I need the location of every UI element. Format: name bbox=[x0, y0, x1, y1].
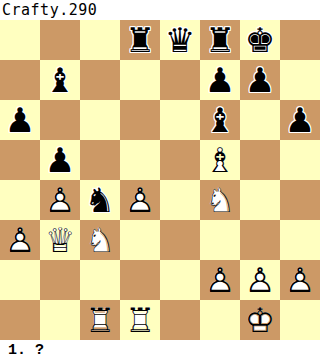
black-pawn-icon: ♟ bbox=[40, 140, 80, 180]
white-pawn-d4[interactable]: ♟♙ bbox=[120, 180, 160, 220]
square-f4[interactable]: ♞♘ bbox=[200, 180, 240, 220]
square-h4[interactable] bbox=[280, 180, 320, 220]
white-pawn-b4[interactable]: ♟♙ bbox=[40, 180, 80, 220]
square-b3[interactable]: ♛♕ bbox=[40, 220, 80, 260]
square-h3[interactable] bbox=[280, 220, 320, 260]
white-king-g1[interactable]: ♚♔ bbox=[240, 300, 280, 340]
square-h8[interactable] bbox=[280, 20, 320, 60]
square-h5[interactable] bbox=[280, 140, 320, 180]
square-c6[interactable] bbox=[80, 100, 120, 140]
white-pawn-a3[interactable]: ♟♙ bbox=[0, 220, 40, 260]
square-f3[interactable] bbox=[200, 220, 240, 260]
black-pawn-h6[interactable]: ♟ bbox=[280, 100, 320, 140]
square-c3[interactable]: ♞♘ bbox=[80, 220, 120, 260]
square-a5[interactable] bbox=[0, 140, 40, 180]
black-king-g8[interactable]: ♚ bbox=[240, 20, 280, 60]
white-knight-c3[interactable]: ♞♘ bbox=[80, 220, 120, 260]
square-b5[interactable]: ♟ bbox=[40, 140, 80, 180]
square-c4[interactable]: ♞ bbox=[80, 180, 120, 220]
square-d4[interactable]: ♟♙ bbox=[120, 180, 160, 220]
square-f8[interactable]: ♜ bbox=[200, 20, 240, 60]
black-bishop-f6[interactable]: ♝ bbox=[200, 100, 240, 140]
square-f6[interactable]: ♝ bbox=[200, 100, 240, 140]
square-e8[interactable]: ♛ bbox=[160, 20, 200, 60]
white-knight-outline-icon: ♘ bbox=[80, 220, 120, 260]
white-rook-d1[interactable]: ♜♖ bbox=[120, 300, 160, 340]
black-bishop-icon: ♝ bbox=[200, 100, 240, 140]
square-b1[interactable] bbox=[40, 300, 80, 340]
square-b4[interactable]: ♟♙ bbox=[40, 180, 80, 220]
square-f7[interactable]: ♟ bbox=[200, 60, 240, 100]
black-pawn-icon: ♟ bbox=[240, 60, 280, 100]
square-h7[interactable] bbox=[280, 60, 320, 100]
black-queen-icon: ♛ bbox=[160, 20, 200, 60]
black-pawn-f7[interactable]: ♟ bbox=[200, 60, 240, 100]
white-bishop-outline-icon: ♗ bbox=[200, 140, 240, 180]
square-c8[interactable] bbox=[80, 20, 120, 60]
black-pawn-icon: ♟ bbox=[0, 100, 40, 140]
black-queen-e8[interactable]: ♛ bbox=[160, 20, 200, 60]
square-g5[interactable] bbox=[240, 140, 280, 180]
white-rook-outline-icon: ♖ bbox=[120, 300, 160, 340]
square-c5[interactable] bbox=[80, 140, 120, 180]
white-pawn-outline-icon: ♙ bbox=[40, 180, 80, 220]
square-a2[interactable] bbox=[0, 260, 40, 300]
black-pawn-b5[interactable]: ♟ bbox=[40, 140, 80, 180]
white-rook-outline-icon: ♖ bbox=[80, 300, 120, 340]
square-h6[interactable]: ♟ bbox=[280, 100, 320, 140]
square-d3[interactable] bbox=[120, 220, 160, 260]
white-queen-b3[interactable]: ♛♕ bbox=[40, 220, 80, 260]
white-bishop-f5[interactable]: ♝♗ bbox=[200, 140, 240, 180]
white-queen-outline-icon: ♕ bbox=[40, 220, 80, 260]
square-g7[interactable]: ♟ bbox=[240, 60, 280, 100]
square-e6[interactable] bbox=[160, 100, 200, 140]
square-d8[interactable]: ♜ bbox=[120, 20, 160, 60]
white-knight-outline-icon: ♘ bbox=[200, 180, 240, 220]
white-pawn-g2[interactable]: ♟♙ bbox=[240, 260, 280, 300]
square-b2[interactable] bbox=[40, 260, 80, 300]
square-e4[interactable] bbox=[160, 180, 200, 220]
square-a1[interactable] bbox=[0, 300, 40, 340]
white-pawn-outline-icon: ♙ bbox=[280, 260, 320, 300]
white-knight-f4[interactable]: ♞♘ bbox=[200, 180, 240, 220]
square-b7[interactable]: ♝ bbox=[40, 60, 80, 100]
white-rook-c1[interactable]: ♜♖ bbox=[80, 300, 120, 340]
white-pawn-outline-icon: ♙ bbox=[240, 260, 280, 300]
white-pawn-outline-icon: ♙ bbox=[120, 180, 160, 220]
black-rook-icon: ♜ bbox=[200, 20, 240, 60]
square-c2[interactable] bbox=[80, 260, 120, 300]
black-bishop-icon: ♝ bbox=[40, 60, 80, 100]
square-d6[interactable] bbox=[120, 100, 160, 140]
square-g8[interactable]: ♚ bbox=[240, 20, 280, 60]
square-e3[interactable] bbox=[160, 220, 200, 260]
square-a6[interactable]: ♟ bbox=[0, 100, 40, 140]
square-e5[interactable] bbox=[160, 140, 200, 180]
square-f5[interactable]: ♝♗ bbox=[200, 140, 240, 180]
black-pawn-icon: ♟ bbox=[280, 100, 320, 140]
black-king-icon: ♚ bbox=[240, 20, 280, 60]
square-b6[interactable] bbox=[40, 100, 80, 140]
white-pawn-f2[interactable]: ♟♙ bbox=[200, 260, 240, 300]
square-g6[interactable] bbox=[240, 100, 280, 140]
black-pawn-a6[interactable]: ♟ bbox=[0, 100, 40, 140]
black-rook-icon: ♜ bbox=[120, 20, 160, 60]
square-g2[interactable]: ♟♙ bbox=[240, 260, 280, 300]
chess-app-window: Crafty.290 ♜♛♜♚♝♟♟♟♝♟♟♝♗♟♙♞♟♙♞♘♟♙♛♕♞♘♟♙♟… bbox=[0, 0, 320, 360]
square-c7[interactable] bbox=[80, 60, 120, 100]
white-king-outline-icon: ♔ bbox=[240, 300, 280, 340]
square-g4[interactable] bbox=[240, 180, 280, 220]
window-title: Crafty.290 bbox=[0, 0, 320, 20]
white-pawn-outline-icon: ♙ bbox=[0, 220, 40, 260]
square-a3[interactable]: ♟♙ bbox=[0, 220, 40, 260]
square-d5[interactable] bbox=[120, 140, 160, 180]
square-d2[interactable] bbox=[120, 260, 160, 300]
black-rook-d8[interactable]: ♜ bbox=[120, 20, 160, 60]
white-pawn-outline-icon: ♙ bbox=[200, 260, 240, 300]
move-prompt: 1. ? bbox=[0, 340, 320, 360]
square-a8[interactable] bbox=[0, 20, 40, 60]
black-bishop-b7[interactable]: ♝ bbox=[40, 60, 80, 100]
chess-board: ♜♛♜♚♝♟♟♟♝♟♟♝♗♟♙♞♟♙♞♘♟♙♛♕♞♘♟♙♟♙♟♙♜♖♜♖♚♔ bbox=[0, 20, 320, 340]
square-h1[interactable] bbox=[280, 300, 320, 340]
black-pawn-g7[interactable]: ♟ bbox=[240, 60, 280, 100]
square-e1[interactable] bbox=[160, 300, 200, 340]
square-d7[interactable] bbox=[120, 60, 160, 100]
square-h2[interactable]: ♟♙ bbox=[280, 260, 320, 300]
black-knight-icon: ♞ bbox=[80, 180, 120, 220]
square-g3[interactable] bbox=[240, 220, 280, 260]
square-a7[interactable] bbox=[0, 60, 40, 100]
square-f1[interactable] bbox=[200, 300, 240, 340]
black-pawn-icon: ♟ bbox=[200, 60, 240, 100]
square-b8[interactable] bbox=[40, 20, 80, 60]
square-e7[interactable] bbox=[160, 60, 200, 100]
square-c1[interactable]: ♜♖ bbox=[80, 300, 120, 340]
square-d1[interactable]: ♜♖ bbox=[120, 300, 160, 340]
square-e2[interactable] bbox=[160, 260, 200, 300]
black-knight-c4[interactable]: ♞ bbox=[80, 180, 120, 220]
square-a4[interactable] bbox=[0, 180, 40, 220]
black-rook-f8[interactable]: ♜ bbox=[200, 20, 240, 60]
square-f2[interactable]: ♟♙ bbox=[200, 260, 240, 300]
white-pawn-h2[interactable]: ♟♙ bbox=[280, 260, 320, 300]
square-g1[interactable]: ♚♔ bbox=[240, 300, 280, 340]
